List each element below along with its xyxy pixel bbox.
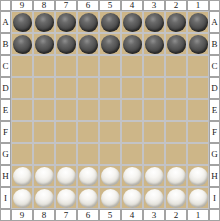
board-cell[interactable] <box>121 143 143 165</box>
board-cell[interactable] <box>187 11 209 33</box>
board-cell[interactable] <box>55 99 77 121</box>
black-stone[interactable] <box>123 13 142 32</box>
rank-label-left: C <box>0 55 11 77</box>
black-stone[interactable] <box>57 35 76 54</box>
black-stone[interactable] <box>13 13 32 32</box>
board-cell[interactable] <box>121 165 143 187</box>
black-stone[interactable] <box>101 13 120 32</box>
black-stone[interactable] <box>35 35 54 54</box>
board-cell[interactable] <box>55 121 77 143</box>
file-label-bottom: 5 <box>99 209 121 221</box>
board-cell[interactable] <box>99 187 121 209</box>
board-cell[interactable] <box>187 33 209 55</box>
board-cell[interactable] <box>187 55 209 77</box>
board-cell[interactable] <box>77 121 99 143</box>
board-cell[interactable] <box>99 11 121 33</box>
board-cell[interactable] <box>11 77 33 99</box>
file-label-bottom: 8 <box>33 209 55 221</box>
board-cell[interactable] <box>11 143 33 165</box>
file-label-top: 1 <box>187 0 209 11</box>
file-label-top: 6 <box>77 0 99 11</box>
board-cell[interactable] <box>11 121 33 143</box>
board-cell[interactable] <box>55 55 77 77</box>
board-cell[interactable] <box>143 187 165 209</box>
white-stone[interactable] <box>167 167 186 186</box>
board-cell[interactable] <box>187 77 209 99</box>
board-cell[interactable] <box>121 33 143 55</box>
white-stone[interactable] <box>189 189 208 208</box>
board-cell[interactable] <box>33 55 55 77</box>
board-cell[interactable] <box>77 55 99 77</box>
black-stone[interactable] <box>145 13 164 32</box>
game-board: 987654321AABBCCDDEEFFGGHHII987654321 <box>0 0 220 221</box>
board-cell[interactable] <box>121 55 143 77</box>
white-stone[interactable] <box>101 189 120 208</box>
board-cell[interactable] <box>187 165 209 187</box>
board-cell[interactable] <box>143 77 165 99</box>
board-cell[interactable] <box>187 143 209 165</box>
board-cell[interactable] <box>99 99 121 121</box>
board-cell[interactable] <box>55 187 77 209</box>
rank-label-left: G <box>0 143 11 165</box>
board-cell[interactable] <box>165 143 187 165</box>
file-label-bottom: 9 <box>11 209 33 221</box>
black-stone[interactable] <box>101 35 120 54</box>
board-cell[interactable] <box>33 165 55 187</box>
rank-label-right: C <box>209 55 220 77</box>
board-cell[interactable] <box>187 99 209 121</box>
board-cell[interactable] <box>33 187 55 209</box>
black-stone[interactable] <box>57 13 76 32</box>
board-cell[interactable] <box>121 187 143 209</box>
board-cell[interactable] <box>165 165 187 187</box>
white-stone[interactable] <box>167 189 186 208</box>
rank-label-left: A <box>0 11 11 33</box>
board-cell[interactable] <box>165 77 187 99</box>
board-cell[interactable] <box>143 99 165 121</box>
rank-label-left: D <box>0 77 11 99</box>
board-cell[interactable] <box>77 143 99 165</box>
white-stone[interactable] <box>145 189 164 208</box>
white-stone[interactable] <box>13 189 32 208</box>
file-label-bottom: 1 <box>187 209 209 221</box>
white-stone[interactable] <box>79 189 98 208</box>
rank-label-right: I <box>209 187 220 209</box>
corner-cell <box>209 0 220 11</box>
board-cell[interactable] <box>33 77 55 99</box>
rank-label-left: E <box>0 99 11 121</box>
board-cell[interactable] <box>121 77 143 99</box>
board-cell[interactable] <box>121 121 143 143</box>
rank-label-left: H <box>0 165 11 187</box>
rank-label-right: G <box>209 143 220 165</box>
white-stone[interactable] <box>189 167 208 186</box>
board-cell[interactable] <box>77 77 99 99</box>
board-cell[interactable] <box>99 33 121 55</box>
file-label-bottom: 7 <box>55 209 77 221</box>
board-cell[interactable] <box>143 143 165 165</box>
board-cell[interactable] <box>33 121 55 143</box>
file-label-bottom: 3 <box>143 209 165 221</box>
board-cell[interactable] <box>165 187 187 209</box>
white-stone[interactable] <box>101 167 120 186</box>
black-stone[interactable] <box>123 35 142 54</box>
board-cell[interactable] <box>187 121 209 143</box>
board-cell[interactable] <box>143 55 165 77</box>
board-cell[interactable] <box>165 33 187 55</box>
file-label-top: 5 <box>99 0 121 11</box>
rank-label-left: B <box>0 33 11 55</box>
black-stone[interactable] <box>145 35 164 54</box>
board-cell[interactable] <box>99 143 121 165</box>
file-label-bottom: 4 <box>121 209 143 221</box>
board-cell[interactable] <box>33 143 55 165</box>
board-cell[interactable] <box>77 165 99 187</box>
board-cell[interactable] <box>11 99 33 121</box>
board-cell[interactable] <box>11 11 33 33</box>
board-cell[interactable] <box>121 99 143 121</box>
white-stone[interactable] <box>35 167 54 186</box>
board-cell[interactable] <box>11 165 33 187</box>
board-cell[interactable] <box>55 33 77 55</box>
white-stone[interactable] <box>57 189 76 208</box>
white-stone[interactable] <box>123 189 142 208</box>
board-cell[interactable] <box>11 33 33 55</box>
file-label-top: 2 <box>165 0 187 11</box>
white-stone[interactable] <box>145 167 164 186</box>
rank-label-left: F <box>0 121 11 143</box>
board-cell[interactable] <box>77 11 99 33</box>
corner-cell <box>0 0 11 11</box>
black-stone[interactable] <box>167 35 186 54</box>
board-cell[interactable] <box>143 33 165 55</box>
file-label-top: 7 <box>55 0 77 11</box>
board-cell[interactable] <box>99 121 121 143</box>
board-cell[interactable] <box>99 77 121 99</box>
file-label-top: 4 <box>121 0 143 11</box>
rank-label-right: B <box>209 33 220 55</box>
white-stone[interactable] <box>35 189 54 208</box>
black-stone[interactable] <box>189 35 208 54</box>
black-stone[interactable] <box>13 35 32 54</box>
rank-label-left: I <box>0 187 11 209</box>
board-cell[interactable] <box>55 143 77 165</box>
corner-cell <box>0 209 11 221</box>
rank-label-right: F <box>209 121 220 143</box>
board-cell[interactable] <box>165 121 187 143</box>
corner-cell <box>209 209 220 221</box>
rank-label-right: H <box>209 165 220 187</box>
board-cell[interactable] <box>165 11 187 33</box>
board-cell[interactable] <box>55 165 77 187</box>
rank-label-right: D <box>209 77 220 99</box>
black-stone[interactable] <box>35 13 54 32</box>
rank-label-right: A <box>209 11 220 33</box>
board-cell[interactable] <box>99 55 121 77</box>
board-cell[interactable] <box>99 165 121 187</box>
white-stone[interactable] <box>79 167 98 186</box>
white-stone[interactable] <box>57 167 76 186</box>
board-cell[interactable] <box>33 33 55 55</box>
white-stone[interactable] <box>123 167 142 186</box>
board-cell[interactable] <box>165 99 187 121</box>
board-cell[interactable] <box>55 77 77 99</box>
board-cell[interactable] <box>77 187 99 209</box>
board-cell[interactable] <box>77 33 99 55</box>
file-label-top: 3 <box>143 0 165 11</box>
file-label-bottom: 2 <box>165 209 187 221</box>
board-cell[interactable] <box>143 165 165 187</box>
board-cell[interactable] <box>33 99 55 121</box>
white-stone[interactable] <box>13 167 32 186</box>
board-cell[interactable] <box>143 121 165 143</box>
board-cell[interactable] <box>33 11 55 33</box>
black-stone[interactable] <box>79 13 98 32</box>
black-stone[interactable] <box>189 13 208 32</box>
file-label-top: 9 <box>11 0 33 11</box>
file-label-top: 8 <box>33 0 55 11</box>
file-label-bottom: 6 <box>77 209 99 221</box>
board-cell[interactable] <box>121 11 143 33</box>
black-stone[interactable] <box>167 13 186 32</box>
board-cell[interactable] <box>187 187 209 209</box>
board-cell[interactable] <box>77 99 99 121</box>
board-cell[interactable] <box>165 55 187 77</box>
board-cell[interactable] <box>11 55 33 77</box>
rank-label-right: E <box>209 99 220 121</box>
board-cell[interactable] <box>11 187 33 209</box>
board-cell[interactable] <box>143 11 165 33</box>
black-stone[interactable] <box>79 35 98 54</box>
board-cell[interactable] <box>55 11 77 33</box>
